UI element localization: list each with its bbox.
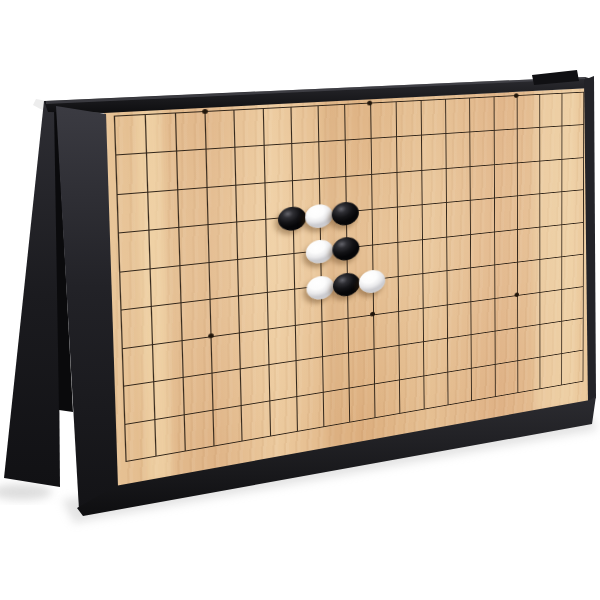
back-panel: [4, 101, 60, 487]
hinge-highlight: [33, 99, 52, 112]
black-stone[interactable]: [278, 205, 307, 231]
foot-shadow: [0, 484, 52, 500]
go-board-face: [104, 88, 590, 488]
white-stone[interactable]: [305, 203, 333, 229]
star-point: [202, 108, 208, 113]
hinge-gap-shadow: [54, 106, 73, 412]
white-stone[interactable]: [306, 239, 334, 265]
star-point: [514, 93, 518, 98]
black-stone[interactable]: [332, 236, 359, 262]
stones-layer: [97, 75, 594, 483]
star-point: [370, 312, 375, 317]
white-stone[interactable]: [359, 268, 386, 294]
star-point: [367, 100, 372, 105]
product-photo-stage: [0, 0, 600, 600]
star-point: [208, 333, 214, 339]
star-point: [514, 292, 518, 297]
black-stone[interactable]: [332, 201, 359, 227]
white-stone[interactable]: [306, 274, 334, 300]
black-stone[interactable]: [333, 271, 360, 297]
